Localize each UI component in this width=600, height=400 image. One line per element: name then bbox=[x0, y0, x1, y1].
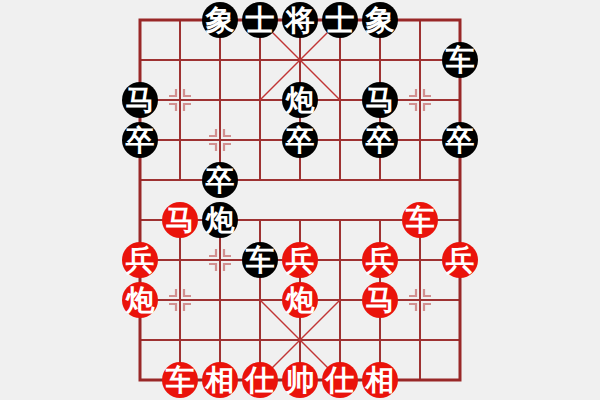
piece-red-soldier[interactable]: 兵 bbox=[442, 242, 478, 278]
piece-red-advisor[interactable]: 仕 bbox=[322, 362, 358, 398]
xiangqi-board-background: 象士将士象车马炮马卒卒卒卒卒炮车马车兵兵兵兵炮炮马车相仕帅仕相 bbox=[0, 0, 600, 400]
piece-red-advisor[interactable]: 仕 bbox=[242, 362, 278, 398]
piece-black-soldier[interactable]: 卒 bbox=[122, 122, 158, 158]
piece-black-soldier[interactable]: 卒 bbox=[362, 122, 398, 158]
piece-black-chariot[interactable]: 车 bbox=[442, 42, 478, 78]
piece-red-elephant[interactable]: 相 bbox=[202, 362, 238, 398]
point-marker bbox=[208, 128, 232, 152]
piece-red-horse[interactable]: 马 bbox=[362, 282, 398, 318]
piece-black-chariot[interactable]: 车 bbox=[242, 242, 278, 278]
piece-black-general[interactable]: 将 bbox=[282, 2, 318, 38]
piece-red-soldier[interactable]: 兵 bbox=[362, 242, 398, 278]
piece-red-chariot[interactable]: 车 bbox=[402, 202, 438, 238]
piece-red-cannon[interactable]: 炮 bbox=[122, 282, 158, 318]
piece-red-elephant[interactable]: 相 bbox=[362, 362, 398, 398]
piece-black-soldier[interactable]: 卒 bbox=[202, 162, 238, 198]
point-marker bbox=[408, 88, 432, 112]
piece-black-elephant[interactable]: 象 bbox=[362, 2, 398, 38]
piece-black-advisor[interactable]: 士 bbox=[322, 2, 358, 38]
piece-black-horse[interactable]: 马 bbox=[362, 82, 398, 118]
piece-black-advisor[interactable]: 士 bbox=[242, 2, 278, 38]
piece-red-general[interactable]: 帅 bbox=[282, 362, 318, 398]
piece-black-horse[interactable]: 马 bbox=[122, 82, 158, 118]
point-marker bbox=[408, 288, 432, 312]
piece-red-soldier[interactable]: 兵 bbox=[122, 242, 158, 278]
piece-black-cannon[interactable]: 炮 bbox=[202, 202, 238, 238]
piece-red-soldier[interactable]: 兵 bbox=[282, 242, 318, 278]
piece-red-chariot[interactable]: 车 bbox=[162, 362, 198, 398]
point-marker bbox=[168, 88, 192, 112]
point-marker bbox=[168, 288, 192, 312]
piece-black-elephant[interactable]: 象 bbox=[202, 2, 238, 38]
piece-black-cannon[interactable]: 炮 bbox=[282, 82, 318, 118]
piece-red-cannon[interactable]: 炮 bbox=[282, 282, 318, 318]
piece-black-soldier[interactable]: 卒 bbox=[442, 122, 478, 158]
board[interactable]: 象士将士象车马炮马卒卒卒卒卒炮车马车兵兵兵兵炮炮马车相仕帅仕相 bbox=[120, 0, 480, 400]
piece-black-soldier[interactable]: 卒 bbox=[282, 122, 318, 158]
point-marker bbox=[208, 248, 232, 272]
piece-red-horse[interactable]: 马 bbox=[162, 202, 198, 238]
